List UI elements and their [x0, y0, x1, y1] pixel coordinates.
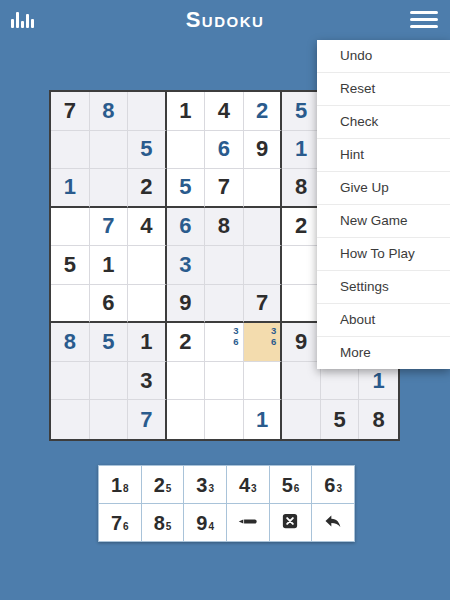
pencil-button[interactable] [227, 504, 269, 541]
user-digit: 7 [140, 409, 152, 431]
digit-remaining-count: 8 [123, 484, 129, 494]
pencil-icon [237, 511, 258, 535]
cell-r4c3[interactable]: 4 [128, 208, 167, 247]
cell-r3c3[interactable]: 2 [128, 169, 167, 208]
cell-r4c5[interactable]: 8 [205, 208, 244, 247]
cell-r7c5[interactable]: 36 [205, 323, 244, 362]
digit-label: 4 [239, 475, 250, 495]
cell-r9c9[interactable]: 8 [359, 400, 398, 439]
erase-icon [281, 512, 299, 533]
user-digit: 2 [256, 100, 268, 122]
cell-r4c1[interactable] [51, 208, 90, 247]
cell-r7c1[interactable]: 8 [51, 323, 90, 362]
given-digit: 1 [179, 100, 191, 122]
cell-r2c7[interactable]: 1 [282, 131, 321, 170]
cell-r1c5[interactable]: 4 [205, 92, 244, 131]
cell-r8c7[interactable] [282, 362, 321, 401]
digit-label: 9 [196, 513, 207, 533]
cell-r5c3[interactable] [128, 246, 167, 285]
digit-label: 5 [282, 475, 293, 495]
digit-button-1[interactable]: 18 [99, 466, 141, 503]
given-digit: 7 [64, 100, 76, 122]
cell-r1c4[interactable]: 1 [167, 92, 206, 131]
cell-r9c6[interactable]: 1 [244, 400, 283, 439]
given-digit: 5 [64, 254, 76, 276]
cell-r5c6[interactable] [244, 246, 283, 285]
given-digit: 2 [295, 215, 307, 237]
cell-r6c5[interactable] [205, 285, 244, 324]
cell-r4c7[interactable]: 2 [282, 208, 321, 247]
cell-r8c3[interactable]: 3 [128, 362, 167, 401]
given-digit: 6 [102, 292, 114, 314]
digit-remaining-count: 5 [166, 484, 172, 494]
menu-item-check[interactable]: Check [317, 106, 450, 139]
cell-r7c4[interactable]: 2 [167, 323, 206, 362]
cell-r5c5[interactable] [205, 246, 244, 285]
given-digit: 3 [140, 370, 152, 392]
given-digit: 2 [140, 176, 152, 198]
menu-item-reset[interactable]: Reset [317, 73, 450, 106]
user-digit: 6 [218, 138, 230, 160]
user-digit: 5 [140, 138, 152, 160]
cell-r3c2[interactable] [90, 169, 129, 208]
cell-r7c3[interactable]: 1 [128, 323, 167, 362]
user-digit: 7 [102, 215, 114, 237]
user-digit: 1 [295, 138, 307, 160]
given-digit: 4 [140, 215, 152, 237]
cell-r2c5[interactable]: 6 [205, 131, 244, 170]
menu-item-undo[interactable]: Undo [317, 40, 450, 73]
digit-button-9[interactable]: 94 [184, 504, 226, 541]
digit-remaining-count: 3 [336, 484, 342, 494]
cell-r9c8[interactable]: 5 [321, 400, 360, 439]
cell-r7c6[interactable]: 36 [244, 323, 283, 362]
cell-r5c1[interactable]: 5 [51, 246, 90, 285]
user-digit: 5 [102, 331, 114, 353]
menu-item-more[interactable]: More [317, 337, 450, 369]
digit-remaining-count: 3 [208, 484, 214, 494]
cell-r6c1[interactable] [51, 285, 90, 324]
given-digit: 1 [102, 254, 114, 276]
given-digit: 5 [334, 409, 346, 431]
digit-button-3[interactable]: 33 [184, 466, 226, 503]
digit-label: 2 [154, 475, 165, 495]
cell-r1c3[interactable] [128, 92, 167, 131]
digit-remaining-count: 6 [294, 484, 300, 494]
cell-r6c6[interactable]: 7 [244, 285, 283, 324]
cell-r5c4[interactable]: 3 [167, 246, 206, 285]
given-digit: 9 [179, 292, 191, 314]
digit-label: 7 [111, 513, 122, 533]
given-digit: 8 [295, 176, 307, 198]
cell-r9c3[interactable]: 7 [128, 400, 167, 439]
given-digit: 7 [218, 176, 230, 198]
dropdown-menu: UndoResetCheckHintGive UpNew GameHow To … [317, 40, 450, 369]
digit-button-2[interactable]: 25 [142, 466, 184, 503]
given-digit: 7 [256, 292, 268, 314]
cell-r3c7[interactable]: 8 [282, 169, 321, 208]
pencil-notes: 36 [206, 324, 242, 360]
digit-label: 1 [111, 475, 122, 495]
cell-r9c1[interactable] [51, 400, 90, 439]
cell-r2c4[interactable] [167, 131, 206, 170]
cell-r3c6[interactable] [244, 169, 283, 208]
given-digit: 8 [218, 215, 230, 237]
cell-r1c2[interactable]: 8 [90, 92, 129, 131]
cell-r4c6[interactable] [244, 208, 283, 247]
cell-r9c5[interactable] [205, 400, 244, 439]
cell-r1c7[interactable]: 5 [282, 92, 321, 131]
cell-r2c6[interactable]: 9 [244, 131, 283, 170]
digit-label: 8 [154, 513, 165, 533]
given-digit: 2 [179, 331, 191, 353]
cell-r6c2[interactable]: 6 [90, 285, 129, 324]
digit-remaining-count: 6 [123, 522, 129, 532]
digit-button-5[interactable]: 56 [270, 466, 312, 503]
cell-r9c4[interactable] [167, 400, 206, 439]
cell-r8c5[interactable] [205, 362, 244, 401]
cell-r3c1[interactable]: 1 [51, 169, 90, 208]
digit-remaining-count: 5 [166, 522, 172, 532]
digit-label: 6 [324, 475, 335, 495]
menu-item-about[interactable]: About [317, 304, 450, 337]
digit-button-4[interactable]: 43 [227, 466, 269, 503]
cell-r8c6[interactable] [244, 362, 283, 401]
user-digit: 8 [102, 100, 114, 122]
user-digit: 5 [179, 176, 191, 198]
user-digit: 5 [295, 100, 307, 122]
menu-item-give-up[interactable]: Give Up [317, 172, 450, 205]
menu-item-how-to-play[interactable]: How To Play [317, 238, 450, 271]
cell-r5c2[interactable]: 1 [90, 246, 129, 285]
cell-r9c2[interactable] [90, 400, 129, 439]
cell-r7c2[interactable]: 5 [90, 323, 129, 362]
cell-r4c2[interactable]: 7 [90, 208, 129, 247]
given-digit: 1 [140, 331, 152, 353]
cell-r1c6[interactable]: 2 [244, 92, 283, 131]
user-digit: 1 [64, 176, 76, 198]
cell-r1c1[interactable]: 7 [51, 92, 90, 131]
undo-arrow-icon [323, 511, 343, 534]
digit-remaining-count: 3 [251, 484, 257, 494]
cell-r5c7[interactable] [282, 246, 321, 285]
user-digit: 3 [179, 254, 191, 276]
digit-label: 3 [196, 475, 207, 495]
given-digit: 8 [373, 409, 385, 431]
cell-r6c3[interactable] [128, 285, 167, 324]
cell-r4c4[interactable]: 6 [167, 208, 206, 247]
cell-r6c7[interactable] [282, 285, 321, 324]
cell-r8c1[interactable] [51, 362, 90, 401]
cell-r8c2[interactable] [90, 362, 129, 401]
hamburger-menu-icon[interactable] [410, 11, 438, 28]
given-digit: 9 [295, 331, 307, 353]
user-digit: 8 [64, 331, 76, 353]
digit-button-7[interactable]: 76 [99, 504, 141, 541]
cell-r2c1[interactable] [51, 131, 90, 170]
undo-button[interactable] [312, 504, 354, 541]
user-digit: 6 [179, 215, 191, 237]
cell-r7c7[interactable]: 9 [282, 323, 321, 362]
user-digit: 1 [256, 409, 268, 431]
menu-item-new-game[interactable]: New Game [317, 205, 450, 238]
erase-button[interactable] [270, 504, 312, 541]
digit-remaining-count: 4 [208, 522, 214, 532]
cell-r2c3[interactable]: 5 [128, 131, 167, 170]
cell-r3c4[interactable]: 5 [167, 169, 206, 208]
digit-button-8[interactable]: 85 [142, 504, 184, 541]
menu-item-hint[interactable]: Hint [317, 139, 450, 172]
pencil-notes: 36 [245, 324, 280, 360]
cell-r2c2[interactable] [90, 131, 129, 170]
number-pad: 182533435663768594 [98, 465, 355, 542]
menu-item-settings[interactable]: Settings [317, 271, 450, 304]
page-title: Sudoku [0, 7, 450, 33]
digit-button-6[interactable]: 63 [312, 466, 354, 503]
cell-r6c4[interactable]: 9 [167, 285, 206, 324]
user-digit: 1 [373, 370, 385, 392]
cell-r3c5[interactable]: 7 [205, 169, 244, 208]
given-digit: 4 [218, 100, 230, 122]
app-header: Sudoku [0, 0, 450, 40]
given-digit: 9 [256, 138, 268, 160]
cell-r8c4[interactable] [167, 362, 206, 401]
cell-r9c7[interactable] [282, 400, 321, 439]
